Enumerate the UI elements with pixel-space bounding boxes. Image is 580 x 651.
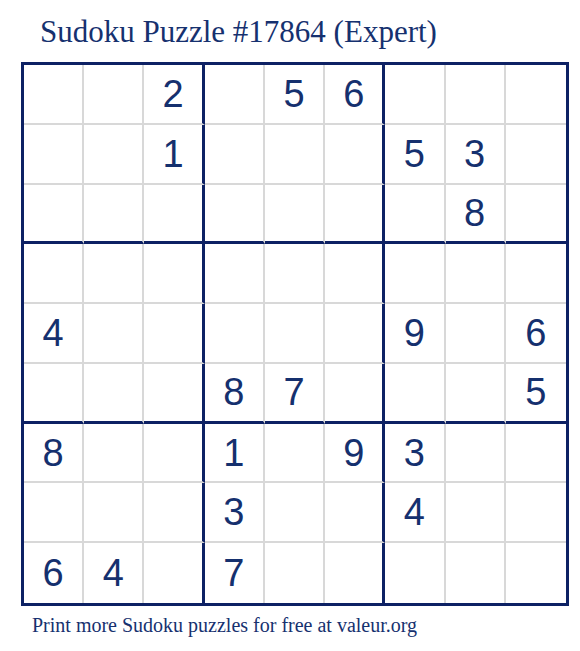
cell-r8c4[interactable]: 3 <box>205 483 265 543</box>
cell-r5c3[interactable] <box>144 304 204 364</box>
cell-r3c9[interactable] <box>506 185 566 245</box>
cell-r5c5[interactable] <box>265 304 325 364</box>
cell-r5c6[interactable] <box>325 304 385 364</box>
cell-r6c1[interactable] <box>24 364 84 424</box>
cell-r7c1[interactable]: 8 <box>24 424 84 484</box>
cell-r4c1[interactable] <box>24 244 84 304</box>
cell-r2c1[interactable] <box>24 125 84 185</box>
cell-r7c2[interactable] <box>84 424 144 484</box>
cell-r9c8[interactable] <box>446 543 506 603</box>
cell-r9c2[interactable]: 4 <box>84 543 144 603</box>
cell-r7c4[interactable]: 1 <box>205 424 265 484</box>
cell-r4c5[interactable] <box>265 244 325 304</box>
cell-r7c8[interactable] <box>446 424 506 484</box>
cell-r3c6[interactable] <box>325 185 385 245</box>
cell-r1c4[interactable] <box>205 65 265 125</box>
cell-r6c6[interactable] <box>325 364 385 424</box>
cell-r8c1[interactable] <box>24 483 84 543</box>
cell-r8c9[interactable] <box>506 483 566 543</box>
cell-r1c8[interactable] <box>446 65 506 125</box>
cell-r4c9[interactable] <box>506 244 566 304</box>
cell-r1c3[interactable]: 2 <box>144 65 204 125</box>
cell-r1c1[interactable] <box>24 65 84 125</box>
cell-r8c6[interactable] <box>325 483 385 543</box>
cell-r8c7[interactable]: 4 <box>385 483 445 543</box>
cell-r9c5[interactable] <box>265 543 325 603</box>
cell-r3c1[interactable] <box>24 185 84 245</box>
cell-r5c8[interactable] <box>446 304 506 364</box>
cell-r6c9[interactable]: 5 <box>506 364 566 424</box>
cell-r4c4[interactable] <box>205 244 265 304</box>
cell-r4c8[interactable] <box>446 244 506 304</box>
cell-r1c9[interactable] <box>506 65 566 125</box>
cell-r5c7[interactable]: 9 <box>385 304 445 364</box>
cell-r6c8[interactable] <box>446 364 506 424</box>
cell-r3c8[interactable]: 8 <box>446 185 506 245</box>
cell-r6c7[interactable] <box>385 364 445 424</box>
page: Sudoku Puzzle #17864 (Expert) 2561538496… <box>0 0 580 651</box>
cell-r1c5[interactable]: 5 <box>265 65 325 125</box>
cell-r6c5[interactable]: 7 <box>265 364 325 424</box>
cell-r7c9[interactable] <box>506 424 566 484</box>
cell-r4c3[interactable] <box>144 244 204 304</box>
cell-r2c3[interactable]: 1 <box>144 125 204 185</box>
cell-r8c3[interactable] <box>144 483 204 543</box>
cell-r2c7[interactable]: 5 <box>385 125 445 185</box>
cell-r2c2[interactable] <box>84 125 144 185</box>
cell-r2c5[interactable] <box>265 125 325 185</box>
cell-r3c5[interactable] <box>265 185 325 245</box>
page-title: Sudoku Puzzle #17864 (Expert) <box>40 14 437 50</box>
footer-note: Print more Sudoku puzzles for free at va… <box>32 614 417 637</box>
cell-r7c5[interactable] <box>265 424 325 484</box>
cell-r4c6[interactable] <box>325 244 385 304</box>
cell-r3c7[interactable] <box>385 185 445 245</box>
cell-r9c9[interactable] <box>506 543 566 603</box>
cell-r2c8[interactable]: 3 <box>446 125 506 185</box>
cell-r9c4[interactable]: 7 <box>205 543 265 603</box>
cell-r5c9[interactable]: 6 <box>506 304 566 364</box>
cell-r2c4[interactable] <box>205 125 265 185</box>
cell-r5c4[interactable] <box>205 304 265 364</box>
cell-r7c6[interactable]: 9 <box>325 424 385 484</box>
cell-r9c6[interactable] <box>325 543 385 603</box>
cell-r1c2[interactable] <box>84 65 144 125</box>
cell-r9c1[interactable]: 6 <box>24 543 84 603</box>
cell-r3c2[interactable] <box>84 185 144 245</box>
cell-r6c3[interactable] <box>144 364 204 424</box>
cell-r1c6[interactable]: 6 <box>325 65 385 125</box>
cell-r8c8[interactable] <box>446 483 506 543</box>
cell-r6c2[interactable] <box>84 364 144 424</box>
cell-r6c4[interactable]: 8 <box>205 364 265 424</box>
cell-r4c7[interactable] <box>385 244 445 304</box>
cell-r5c1[interactable]: 4 <box>24 304 84 364</box>
cell-r9c7[interactable] <box>385 543 445 603</box>
cell-r3c4[interactable] <box>205 185 265 245</box>
cell-r4c2[interactable] <box>84 244 144 304</box>
cell-r7c7[interactable]: 3 <box>385 424 445 484</box>
cell-r9c3[interactable] <box>144 543 204 603</box>
cell-r1c7[interactable] <box>385 65 445 125</box>
sudoku-grid: 2561538496875819334647 <box>21 62 569 606</box>
cell-r8c2[interactable] <box>84 483 144 543</box>
cell-r3c3[interactable] <box>144 185 204 245</box>
cell-r8c5[interactable] <box>265 483 325 543</box>
cell-r5c2[interactable] <box>84 304 144 364</box>
cell-r2c6[interactable] <box>325 125 385 185</box>
cell-r7c3[interactable] <box>144 424 204 484</box>
cell-r2c9[interactable] <box>506 125 566 185</box>
